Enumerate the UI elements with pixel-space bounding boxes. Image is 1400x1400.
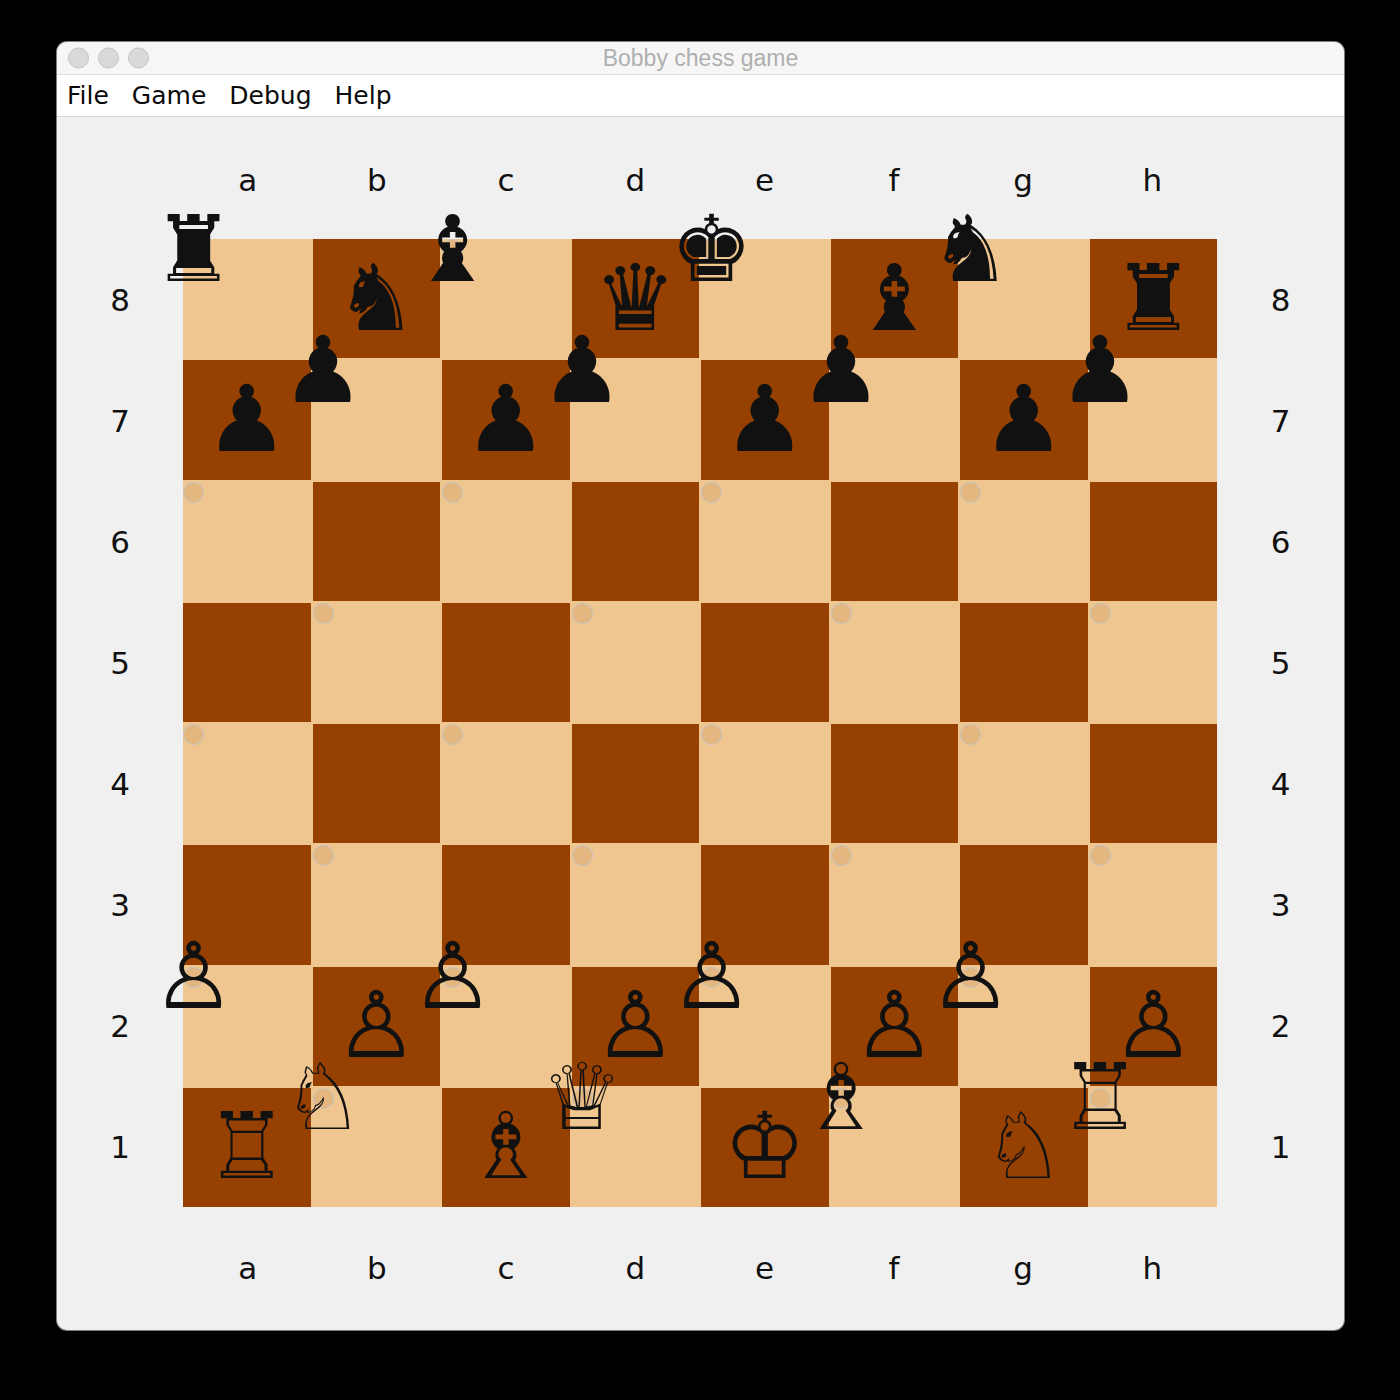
square-b3[interactable] xyxy=(313,845,334,866)
square-b4[interactable] xyxy=(313,724,441,843)
square-f6[interactable] xyxy=(831,482,959,601)
file-label-c: c xyxy=(442,1250,571,1286)
file-label-f: f xyxy=(829,1250,958,1286)
rank-label-8: 8 xyxy=(1217,239,1344,360)
rank-label-5: 5 xyxy=(57,602,183,723)
file-label-d: d xyxy=(571,162,700,198)
white-knight-icon[interactable]: ♘ xyxy=(282,1052,364,1144)
square-a8[interactable]: ♜ xyxy=(183,239,204,260)
file-label-h: h xyxy=(1088,1250,1217,1286)
white-rook-icon[interactable]: ♖ xyxy=(206,1101,288,1193)
square-e6[interactable] xyxy=(701,482,722,503)
square-a2[interactable]: ♙ xyxy=(183,967,204,988)
square-b5[interactable] xyxy=(313,603,334,624)
square-e8[interactable]: ♚ xyxy=(701,239,722,260)
file-label-e: e xyxy=(700,162,829,198)
rank-label-6: 6 xyxy=(1217,481,1344,602)
square-h6[interactable] xyxy=(1090,482,1218,601)
square-g2[interactable]: ♙ xyxy=(960,967,981,988)
black-rook-icon[interactable]: ♜ xyxy=(152,204,234,296)
black-pawn-icon[interactable]: ♟ xyxy=(282,325,364,417)
black-pawn-icon[interactable]: ♟ xyxy=(983,374,1065,466)
square-e2[interactable]: ♙ xyxy=(701,967,722,988)
menu-item-debug[interactable]: Debug xyxy=(229,81,311,110)
file-label-b: b xyxy=(312,162,441,198)
square-f7[interactable]: ♟ xyxy=(831,360,852,381)
square-c2[interactable]: ♙ xyxy=(442,967,463,988)
file-label-b: b xyxy=(312,1250,441,1286)
black-pawn-icon[interactable]: ♟ xyxy=(1059,325,1141,417)
black-pawn-icon[interactable]: ♟ xyxy=(541,325,623,417)
square-c6[interactable] xyxy=(442,482,463,503)
close-button[interactable] xyxy=(68,48,89,69)
square-a4[interactable] xyxy=(183,724,204,745)
square-c4[interactable] xyxy=(442,724,463,745)
square-h4[interactable] xyxy=(1090,724,1218,843)
black-bishop-icon[interactable]: ♝ xyxy=(411,204,493,296)
square-g5[interactable] xyxy=(960,603,1088,722)
square-f5[interactable] xyxy=(831,603,852,624)
file-label-a: a xyxy=(183,1250,312,1286)
white-pawn-icon[interactable]: ♙ xyxy=(670,931,752,1023)
square-f1[interactable]: ♗ xyxy=(831,1088,852,1109)
white-knight-icon[interactable]: ♘ xyxy=(983,1101,1065,1193)
file-label-g: g xyxy=(959,1250,1088,1286)
square-a5[interactable] xyxy=(183,603,311,722)
square-g8[interactable]: ♞ xyxy=(960,239,981,260)
white-queen-icon[interactable]: ♕ xyxy=(541,1052,623,1144)
square-b7[interactable]: ♟ xyxy=(313,360,334,381)
rank-labels-right: 87654321 xyxy=(1217,239,1344,1207)
white-pawn-icon[interactable]: ♙ xyxy=(152,931,234,1023)
black-king-icon[interactable]: ♚ xyxy=(670,204,752,296)
square-h5[interactable] xyxy=(1090,603,1111,624)
file-label-f: f xyxy=(829,162,958,198)
rank-label-4: 4 xyxy=(57,723,183,844)
rank-label-1: 1 xyxy=(1217,1086,1344,1207)
white-pawn-icon[interactable]: ♙ xyxy=(411,931,493,1023)
zoom-button[interactable] xyxy=(128,48,149,69)
menu-item-file[interactable]: File xyxy=(67,81,109,110)
square-f3[interactable] xyxy=(831,845,852,866)
rank-label-7: 7 xyxy=(57,360,183,481)
white-king-icon[interactable]: ♔ xyxy=(724,1101,806,1193)
file-label-a: a xyxy=(183,162,312,198)
square-f4[interactable] xyxy=(831,724,959,843)
square-d7[interactable]: ♟ xyxy=(572,360,593,381)
black-pawn-icon[interactable]: ♟ xyxy=(800,325,882,417)
window-titlebar[interactable]: Bobby chess game xyxy=(57,42,1344,75)
menu-item-game[interactable]: Game xyxy=(132,81,206,110)
square-d5[interactable] xyxy=(572,603,593,624)
app-window: Bobby chess game FileGameDebugHelp abcde… xyxy=(57,42,1344,1330)
square-b1[interactable]: ♘ xyxy=(313,1088,334,1109)
square-g6[interactable] xyxy=(960,482,981,503)
file-label-e: e xyxy=(700,1250,829,1286)
white-bishop-icon[interactable]: ♗ xyxy=(800,1052,882,1144)
rank-label-5: 5 xyxy=(1217,602,1344,723)
square-b6[interactable] xyxy=(313,482,441,601)
square-d1[interactable]: ♕ xyxy=(572,1088,593,1109)
rank-labels-left: 87654321 xyxy=(57,239,183,1207)
square-d4[interactable] xyxy=(572,724,700,843)
black-knight-icon[interactable]: ♞ xyxy=(929,204,1011,296)
window-title: Bobby chess game xyxy=(57,42,1344,74)
square-c5[interactable] xyxy=(442,603,570,722)
square-g4[interactable] xyxy=(960,724,981,745)
black-pawn-icon[interactable]: ♟ xyxy=(465,374,547,466)
square-a6[interactable] xyxy=(183,482,204,503)
square-h1[interactable]: ♖ xyxy=(1090,1088,1111,1109)
white-rook-icon[interactable]: ♖ xyxy=(1059,1052,1141,1144)
rank-label-6: 6 xyxy=(57,481,183,602)
square-h3[interactable] xyxy=(1090,845,1111,866)
rank-label-7: 7 xyxy=(1217,360,1344,481)
square-d6[interactable] xyxy=(572,482,700,601)
white-pawn-icon[interactable]: ♙ xyxy=(929,931,1011,1023)
white-bishop-icon[interactable]: ♗ xyxy=(465,1101,547,1193)
rank-label-3: 3 xyxy=(1217,844,1344,965)
black-pawn-icon[interactable]: ♟ xyxy=(206,374,288,466)
rank-label-2: 2 xyxy=(1217,965,1344,1086)
menu-item-help[interactable]: Help xyxy=(335,81,392,110)
file-labels-bottom: abcdefgh xyxy=(183,1250,1217,1286)
square-e5[interactable] xyxy=(701,603,829,722)
square-e4[interactable] xyxy=(701,724,722,745)
square-h7[interactable]: ♟ xyxy=(1090,360,1111,381)
rank-label-4: 4 xyxy=(1217,723,1344,844)
traffic-lights xyxy=(68,48,149,69)
square-c8[interactable]: ♝ xyxy=(442,239,463,260)
chess-board: ♜♞♝♛♚♝♞♜♟♟♟♟♟♟♟♟♙♙♙♙♙♙♙♙♖♘♗♕♔♗♘♖ xyxy=(183,239,1217,1207)
file-labels-top: abcdefgh xyxy=(183,162,1217,198)
menu-bar: FileGameDebugHelp xyxy=(57,75,1344,117)
black-pawn-icon[interactable]: ♟ xyxy=(724,374,806,466)
file-label-h: h xyxy=(1088,162,1217,198)
file-label-c: c xyxy=(442,162,571,198)
file-label-d: d xyxy=(571,1250,700,1286)
minimize-button[interactable] xyxy=(98,48,119,69)
square-d3[interactable] xyxy=(572,845,593,866)
rank-label-1: 1 xyxy=(57,1086,183,1207)
file-label-g: g xyxy=(959,162,1088,198)
